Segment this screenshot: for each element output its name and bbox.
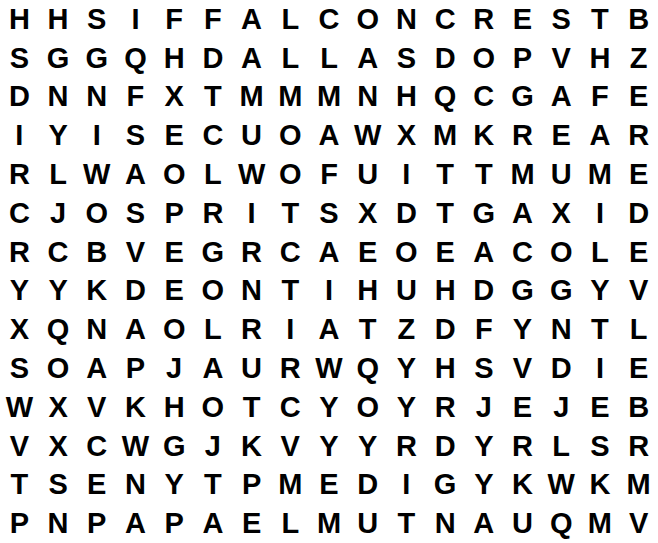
grid-cell[interactable]: N	[39, 504, 78, 543]
grid-cell[interactable]: A	[503, 194, 542, 233]
grid-cell[interactable]: N	[426, 504, 465, 543]
grid-cell[interactable]: T	[271, 194, 310, 233]
grid-cell[interactable]: W	[116, 427, 155, 466]
grid-cell[interactable]: N	[77, 310, 116, 349]
grid-cell[interactable]: R	[619, 427, 658, 466]
grid-cell[interactable]: J	[464, 388, 503, 427]
grid-cell[interactable]: V	[271, 427, 310, 466]
grid-cell[interactable]: L	[271, 504, 310, 543]
grid-cell[interactable]: D	[542, 349, 581, 388]
grid-cell[interactable]: U	[232, 116, 271, 155]
grid-cell[interactable]: S	[542, 0, 581, 39]
grid-cell[interactable]: A	[232, 0, 271, 39]
grid-cell[interactable]: A	[542, 78, 581, 117]
grid-cell[interactable]: E	[619, 155, 658, 194]
grid-cell[interactable]: M	[310, 78, 349, 117]
grid-cell[interactable]: T	[581, 310, 620, 349]
grid-cell[interactable]: A	[194, 349, 233, 388]
grid-cell[interactable]: O	[39, 349, 78, 388]
grid-cell[interactable]: G	[464, 194, 503, 233]
grid-cell[interactable]: W	[0, 388, 39, 427]
grid-cell[interactable]: R	[194, 194, 233, 233]
grid-cell[interactable]: C	[194, 116, 233, 155]
grid-cell[interactable]: H	[155, 39, 194, 78]
grid-cell[interactable]: T	[194, 465, 233, 504]
grid-cell[interactable]: E	[155, 116, 194, 155]
grid-cell[interactable]: N	[387, 0, 426, 39]
grid-cell[interactable]: J	[194, 427, 233, 466]
grid-cell[interactable]: T	[581, 0, 620, 39]
grid-cell[interactable]: Z	[619, 39, 658, 78]
grid-cell[interactable]: C	[271, 388, 310, 427]
grid-cell[interactable]: F	[155, 0, 194, 39]
grid-cell[interactable]: F	[581, 78, 620, 117]
grid-cell[interactable]: J	[39, 194, 78, 233]
grid-cell[interactable]: O	[271, 116, 310, 155]
grid-cell[interactable]: N	[232, 271, 271, 310]
grid-cell[interactable]: E	[542, 116, 581, 155]
grid-cell[interactable]: A	[194, 504, 233, 543]
grid-cell[interactable]: D	[348, 465, 387, 504]
grid-cell[interactable]: Y	[387, 388, 426, 427]
grid-cell[interactable]: S	[310, 194, 349, 233]
grid-cell[interactable]: X	[348, 194, 387, 233]
grid-cell[interactable]: E	[310, 465, 349, 504]
grid-cell[interactable]: K	[581, 465, 620, 504]
grid-cell[interactable]: I	[271, 310, 310, 349]
grid-cell[interactable]: N	[77, 78, 116, 117]
grid-cell[interactable]: W	[77, 155, 116, 194]
grid-cell[interactable]: N	[39, 78, 78, 117]
grid-cell[interactable]: C	[39, 233, 78, 272]
grid-cell[interactable]: A	[348, 39, 387, 78]
grid-cell[interactable]: T	[387, 504, 426, 543]
grid-cell[interactable]: I	[310, 271, 349, 310]
grid-cell[interactable]: Y	[348, 427, 387, 466]
grid-cell[interactable]: H	[39, 0, 78, 39]
grid-cell[interactable]: S	[0, 349, 39, 388]
grid-cell[interactable]: D	[387, 194, 426, 233]
grid-cell[interactable]: L	[619, 310, 658, 349]
grid-cell[interactable]: M	[503, 155, 542, 194]
grid-cell[interactable]: V	[619, 504, 658, 543]
grid-cell[interactable]: K	[464, 116, 503, 155]
grid-cell[interactable]: M	[619, 465, 658, 504]
grid-cell[interactable]: K	[232, 427, 271, 466]
grid-cell[interactable]: O	[387, 233, 426, 272]
grid-cell[interactable]: O	[155, 310, 194, 349]
grid-cell[interactable]: H	[155, 388, 194, 427]
grid-cell[interactable]: A	[581, 116, 620, 155]
grid-cell[interactable]: O	[271, 155, 310, 194]
grid-cell[interactable]: Y	[0, 271, 39, 310]
grid-cell[interactable]: O	[77, 194, 116, 233]
grid-cell[interactable]: V	[77, 388, 116, 427]
grid-cell[interactable]: R	[387, 427, 426, 466]
grid-cell[interactable]: O	[194, 271, 233, 310]
grid-cell[interactable]: Q	[116, 39, 155, 78]
grid-cell[interactable]: G	[503, 78, 542, 117]
grid-cell[interactable]: I	[387, 155, 426, 194]
grid-cell[interactable]: D	[619, 194, 658, 233]
grid-cell[interactable]: O	[194, 388, 233, 427]
grid-cell[interactable]: V	[0, 427, 39, 466]
grid-cell[interactable]: R	[619, 116, 658, 155]
grid-cell[interactable]: Y	[155, 465, 194, 504]
grid-cell[interactable]: M	[581, 504, 620, 543]
grid-cell[interactable]: R	[271, 349, 310, 388]
grid-cell[interactable]: E	[77, 465, 116, 504]
grid-cell[interactable]: D	[116, 271, 155, 310]
grid-cell[interactable]: A	[464, 504, 503, 543]
grid-cell[interactable]: V	[542, 39, 581, 78]
grid-cell[interactable]: M	[581, 155, 620, 194]
grid-cell[interactable]: O	[155, 155, 194, 194]
grid-cell[interactable]: A	[310, 310, 349, 349]
grid-cell[interactable]: G	[155, 427, 194, 466]
grid-cell[interactable]: A	[310, 116, 349, 155]
grid-cell[interactable]: E	[426, 233, 465, 272]
grid-cell[interactable]: Y	[464, 465, 503, 504]
grid-cell[interactable]: A	[232, 39, 271, 78]
grid-cell[interactable]: S	[77, 0, 116, 39]
grid-cell[interactable]: X	[39, 388, 78, 427]
grid-cell[interactable]: M	[310, 504, 349, 543]
grid-cell[interactable]: R	[503, 116, 542, 155]
grid-cell[interactable]: H	[348, 271, 387, 310]
grid-cell[interactable]: G	[426, 465, 465, 504]
grid-cell[interactable]: S	[116, 194, 155, 233]
grid-cell[interactable]: A	[116, 155, 155, 194]
grid-cell[interactable]: S	[39, 465, 78, 504]
grid-cell[interactable]: X	[387, 116, 426, 155]
grid-cell[interactable]: U	[348, 155, 387, 194]
grid-cell[interactable]: E	[155, 271, 194, 310]
grid-cell[interactable]: M	[271, 465, 310, 504]
grid-cell[interactable]: C	[0, 194, 39, 233]
grid-cell[interactable]: Y	[310, 388, 349, 427]
grid-cell[interactable]: A	[464, 233, 503, 272]
grid-cell[interactable]: H	[581, 39, 620, 78]
grid-cell[interactable]: R	[0, 155, 39, 194]
grid-cell[interactable]: Q	[426, 78, 465, 117]
grid-cell[interactable]: E	[619, 349, 658, 388]
grid-cell[interactable]: C	[310, 0, 349, 39]
grid-cell[interactable]: E	[619, 233, 658, 272]
grid-cell[interactable]: D	[464, 271, 503, 310]
grid-cell[interactable]: A	[116, 310, 155, 349]
grid-cell[interactable]: U	[348, 504, 387, 543]
grid-cell[interactable]: D	[426, 39, 465, 78]
grid-cell[interactable]: S	[464, 349, 503, 388]
grid-cell[interactable]: P	[155, 194, 194, 233]
grid-cell[interactable]: L	[194, 155, 233, 194]
grid-cell[interactable]: N	[542, 310, 581, 349]
grid-cell[interactable]: L	[39, 155, 78, 194]
grid-cell[interactable]: N	[348, 78, 387, 117]
grid-cell[interactable]: M	[271, 78, 310, 117]
grid-cell[interactable]: I	[116, 0, 155, 39]
grid-cell[interactable]: A	[310, 233, 349, 272]
grid-cell[interactable]: Y	[503, 310, 542, 349]
grid-cell[interactable]: O	[348, 388, 387, 427]
grid-cell[interactable]: R	[232, 310, 271, 349]
grid-cell[interactable]: Y	[39, 116, 78, 155]
grid-cell[interactable]: W	[542, 465, 581, 504]
grid-cell[interactable]: E	[503, 388, 542, 427]
grid-cell[interactable]: K	[77, 271, 116, 310]
grid-cell[interactable]: G	[194, 233, 233, 272]
grid-cell[interactable]: Y	[464, 427, 503, 466]
grid-cell[interactable]: O	[464, 39, 503, 78]
grid-cell[interactable]: T	[0, 465, 39, 504]
grid-cell[interactable]: M	[426, 116, 465, 155]
grid-cell[interactable]: D	[0, 78, 39, 117]
grid-cell[interactable]: I	[387, 465, 426, 504]
grid-cell[interactable]: R	[232, 233, 271, 272]
grid-cell[interactable]: K	[116, 388, 155, 427]
grid-cell[interactable]: V	[619, 271, 658, 310]
grid-cell[interactable]: C	[426, 0, 465, 39]
grid-cell[interactable]: L	[581, 233, 620, 272]
grid-cell[interactable]: Q	[348, 349, 387, 388]
grid-cell[interactable]: C	[503, 233, 542, 272]
grid-cell[interactable]: I	[581, 194, 620, 233]
grid-cell[interactable]: Z	[387, 310, 426, 349]
grid-cell[interactable]: X	[542, 194, 581, 233]
grid-cell[interactable]: D	[426, 427, 465, 466]
grid-cell[interactable]: L	[271, 39, 310, 78]
grid-cell[interactable]: X	[155, 78, 194, 117]
grid-cell[interactable]: O	[348, 0, 387, 39]
grid-cell[interactable]: S	[116, 116, 155, 155]
grid-cell[interactable]: M	[232, 78, 271, 117]
grid-cell[interactable]: R	[426, 388, 465, 427]
grid-cell[interactable]: J	[542, 388, 581, 427]
grid-cell[interactable]: S	[0, 39, 39, 78]
grid-cell[interactable]: I	[77, 116, 116, 155]
grid-cell[interactable]: I	[581, 349, 620, 388]
grid-cell[interactable]: E	[619, 78, 658, 117]
grid-cell[interactable]: S	[581, 427, 620, 466]
grid-cell[interactable]: E	[581, 388, 620, 427]
grid-cell[interactable]: P	[77, 504, 116, 543]
grid-cell[interactable]: U	[387, 271, 426, 310]
grid-cell[interactable]: B	[619, 0, 658, 39]
grid-cell[interactable]: U	[503, 504, 542, 543]
grid-cell[interactable]: G	[542, 271, 581, 310]
grid-cell[interactable]: L	[271, 0, 310, 39]
grid-cell[interactable]: J	[155, 349, 194, 388]
grid-cell[interactable]: E	[503, 0, 542, 39]
grid-cell[interactable]: N	[116, 465, 155, 504]
grid-cell[interactable]: U	[542, 155, 581, 194]
grid-cell[interactable]: C	[271, 233, 310, 272]
grid-cell[interactable]: G	[503, 271, 542, 310]
grid-cell[interactable]: H	[426, 271, 465, 310]
grid-cell[interactable]: P	[116, 349, 155, 388]
grid-cell[interactable]: T	[426, 155, 465, 194]
grid-cell[interactable]: F	[116, 78, 155, 117]
grid-cell[interactable]: C	[464, 78, 503, 117]
grid-cell[interactable]: H	[426, 349, 465, 388]
grid-cell[interactable]: T	[271, 271, 310, 310]
grid-cell[interactable]: P	[503, 39, 542, 78]
grid-cell[interactable]: V	[503, 349, 542, 388]
grid-cell[interactable]: L	[542, 427, 581, 466]
grid-cell[interactable]: R	[503, 427, 542, 466]
grid-cell[interactable]: W	[232, 155, 271, 194]
grid-cell[interactable]: B	[619, 388, 658, 427]
grid-cell[interactable]: B	[77, 233, 116, 272]
grid-cell[interactable]: E	[232, 504, 271, 543]
grid-cell[interactable]: U	[232, 349, 271, 388]
grid-cell[interactable]: Y	[310, 427, 349, 466]
word-search-board: HHSIFFALCONCRESTBSGGQHDALLASDOPVHZDNNFXT…	[0, 0, 658, 543]
grid-cell[interactable]: W	[348, 116, 387, 155]
grid-cell[interactable]: P	[232, 465, 271, 504]
grid-cell[interactable]: T	[464, 155, 503, 194]
grid-cell[interactable]: A	[116, 504, 155, 543]
grid-cell[interactable]: F	[464, 310, 503, 349]
grid-cell[interactable]: E	[155, 233, 194, 272]
grid-cell[interactable]: P	[0, 504, 39, 543]
grid-cell[interactable]: L	[194, 310, 233, 349]
grid-cell[interactable]: Q	[542, 504, 581, 543]
grid-cell[interactable]: G	[77, 39, 116, 78]
grid-cell[interactable]: P	[155, 504, 194, 543]
grid-cell[interactable]: X	[39, 427, 78, 466]
grid-cell[interactable]: O	[542, 233, 581, 272]
grid-cell[interactable]: I	[0, 116, 39, 155]
grid-cell[interactable]: S	[387, 39, 426, 78]
grid-cell[interactable]: H	[387, 78, 426, 117]
grid-cell[interactable]: T	[232, 388, 271, 427]
grid-cell[interactable]: D	[426, 310, 465, 349]
grid-cell[interactable]: Q	[39, 310, 78, 349]
grid-cell[interactable]: T	[348, 310, 387, 349]
grid-cell[interactable]: I	[232, 194, 271, 233]
grid-cell[interactable]: Y	[387, 349, 426, 388]
grid-cell[interactable]: R	[464, 0, 503, 39]
grid-cell[interactable]: K	[503, 465, 542, 504]
grid-cell[interactable]: Y	[581, 271, 620, 310]
grid-cell[interactable]: T	[194, 78, 233, 117]
grid-cell[interactable]: H	[0, 0, 39, 39]
grid-cell[interactable]: F	[194, 0, 233, 39]
grid-cell[interactable]: A	[77, 349, 116, 388]
grid-cell[interactable]: R	[0, 233, 39, 272]
grid-cell[interactable]: L	[310, 39, 349, 78]
grid-cell[interactable]: G	[39, 39, 78, 78]
grid-cell[interactable]: D	[194, 39, 233, 78]
grid-cell[interactable]: Y	[39, 271, 78, 310]
grid-cell[interactable]: E	[348, 233, 387, 272]
grid-cell[interactable]: F	[310, 155, 349, 194]
grid-cell[interactable]: C	[77, 427, 116, 466]
grid-cell[interactable]: V	[116, 233, 155, 272]
grid-cell[interactable]: T	[426, 194, 465, 233]
grid-cell[interactable]: W	[310, 349, 349, 388]
grid-cell[interactable]: X	[0, 310, 39, 349]
